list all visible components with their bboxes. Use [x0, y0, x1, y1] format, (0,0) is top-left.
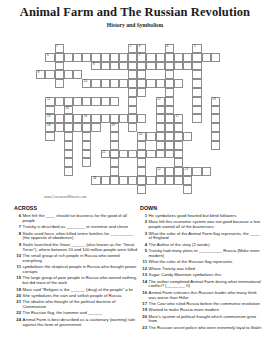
- crossword-cell[interactable]: 16: [82, 114, 91, 123]
- crossword-cell[interactable]: [110, 132, 119, 141]
- crossword-cell[interactable]: [110, 158, 119, 167]
- crossword-cell[interactable]: [119, 150, 128, 159]
- crossword-cell[interactable]: [174, 141, 183, 150]
- clue-number: 6: [14, 214, 23, 224]
- clue-number: 20: [140, 315, 149, 325]
- crossword-cell[interactable]: [73, 114, 82, 123]
- cell-number: 24: [93, 177, 96, 180]
- crossword-cell[interactable]: [211, 141, 220, 150]
- source-credit: www.CrosswordWeaver.com: [44, 195, 87, 199]
- crossword-cell[interactable]: [192, 114, 201, 123]
- crossword-cell[interactable]: [45, 70, 54, 79]
- crossword-cell[interactable]: [101, 79, 110, 88]
- crossword-cell[interactable]: [165, 79, 174, 88]
- crossword-cell[interactable]: [64, 70, 73, 79]
- cell-number: 1: [56, 45, 58, 48]
- clue-text: The Russian secret police who were extre…: [149, 326, 263, 331]
- cell-number: 19: [111, 124, 114, 127]
- crossword-cell[interactable]: [91, 114, 100, 123]
- crossword-cell[interactable]: [110, 114, 119, 123]
- crossword-cell[interactable]: [64, 167, 73, 176]
- crossword-cell[interactable]: [64, 114, 73, 123]
- clue-number: 16: [140, 291, 149, 301]
- crossword-cell[interactable]: [211, 114, 220, 123]
- down-clue-5: 5Trotsky had many plans to __________ Ru…: [140, 249, 263, 259]
- crossword-cell[interactable]: [82, 53, 91, 62]
- crossword-cell[interactable]: [119, 53, 128, 62]
- clue-number: 21: [14, 300, 23, 310]
- down-clue-17: 17The Czar who ruled Russia before the c…: [140, 302, 263, 307]
- clue-text: What the color of the Russian flag repre…: [149, 260, 263, 265]
- crossword-cell[interactable]: [165, 97, 174, 106]
- crossword-cell[interactable]: [174, 176, 183, 185]
- cell-number: 6: [47, 54, 49, 57]
- crossword-cell[interactable]: 6: [45, 53, 54, 62]
- crossword-cell[interactable]: 20: [137, 132, 146, 141]
- clue-text: Marx felt this economic system was not g…: [149, 220, 263, 230]
- crossword-cell[interactable]: [165, 88, 174, 97]
- clue-text: Stalin used force, often killed entire f…: [23, 232, 137, 242]
- crossword-cell[interactable]: [183, 53, 192, 62]
- clue-number: 22: [14, 311, 23, 316]
- crossword-cell[interactable]: [192, 88, 201, 97]
- crossword-cell[interactable]: [73, 97, 82, 106]
- clue-number: 12: [140, 267, 149, 272]
- cell-number: 11: [47, 98, 50, 101]
- clue-number: 13: [140, 273, 149, 278]
- across-clue-24: 24Animal Farm is best described as a cau…: [14, 318, 137, 328]
- crossword-cell[interactable]: [91, 79, 100, 88]
- crossword-cell[interactable]: [165, 176, 174, 185]
- cell-number: 8: [93, 63, 95, 66]
- crossword-cell[interactable]: [165, 62, 174, 71]
- crossword-cell[interactable]: 17: [174, 114, 183, 123]
- cell-number: 23: [185, 168, 188, 171]
- crossword-cell[interactable]: [192, 97, 201, 106]
- clue-text: Trotsky had many plans to __________ Rus…: [149, 249, 263, 259]
- crossword-cell[interactable]: [73, 53, 82, 62]
- crossword-cell[interactable]: [137, 185, 146, 194]
- clue-number: 15: [14, 276, 23, 286]
- crossword-cell[interactable]: [137, 88, 146, 97]
- crossword-cell[interactable]: 2: [128, 44, 137, 53]
- crossword-cell[interactable]: [64, 150, 73, 159]
- crossword-cell[interactable]: [91, 53, 100, 62]
- crossword-cell[interactable]: [174, 167, 183, 176]
- crossword-cell[interactable]: [156, 141, 165, 150]
- cell-number: 10: [84, 80, 87, 83]
- crossword-cell[interactable]: [192, 79, 201, 88]
- crossword-cell[interactable]: 10: [82, 79, 91, 88]
- crossword-cell[interactable]: [137, 150, 146, 159]
- crossword-cell[interactable]: [110, 97, 119, 106]
- cell-number: 20: [139, 133, 142, 136]
- clue-text: Sugar Candy Mountain symbolizes this.: [149, 273, 263, 278]
- clue-number: 11: [140, 260, 149, 265]
- crossword-cell[interactable]: [64, 123, 73, 132]
- clue-text: Stalin launched the Great ______ (also k…: [23, 243, 137, 253]
- clue-text: Marx's system of political thought which…: [149, 315, 263, 325]
- clue-text: Trotsky is described as ________ or inve…: [23, 225, 137, 230]
- crossword-cell[interactable]: [146, 62, 155, 71]
- clue-text: Wanted to make Russia more modern: [149, 308, 263, 313]
- cell-number: 7: [139, 54, 141, 57]
- down-clue-2: 2Marx felt this economic system was not …: [140, 220, 263, 230]
- crossword-cell[interactable]: [64, 141, 73, 150]
- clue-number: 18: [14, 288, 23, 293]
- crossword-cell[interactable]: [55, 70, 64, 79]
- crossword-cell[interactable]: [137, 176, 146, 185]
- cell-number: 14: [65, 107, 68, 110]
- crossword-cell[interactable]: [211, 132, 220, 141]
- across-clue-6: 6Men felt the ____ should run business f…: [14, 214, 137, 224]
- crossword-cell[interactable]: [174, 53, 183, 62]
- crossword-cell[interactable]: [146, 132, 155, 141]
- clue-text: Animal Farm is best described as a cauti…: [23, 318, 137, 328]
- crossword-cell[interactable]: [146, 150, 155, 159]
- crossword-cell[interactable]: [82, 97, 91, 106]
- crossword-cell[interactable]: [101, 97, 110, 106]
- crossword-cell[interactable]: [82, 150, 91, 159]
- crossword-cell[interactable]: [110, 79, 119, 88]
- crossword-cell[interactable]: [192, 62, 201, 71]
- crossword-cell[interactable]: [174, 79, 183, 88]
- crossword-cell[interactable]: 4: [165, 44, 174, 53]
- crossword-cell[interactable]: [165, 141, 174, 150]
- cell-number: 16: [84, 115, 87, 118]
- clue-number: 5: [140, 249, 149, 259]
- crossword-cell[interactable]: [101, 114, 110, 123]
- crossword-cell[interactable]: [146, 176, 155, 185]
- crossword-cell[interactable]: [101, 53, 110, 62]
- across-clue-9: 9Stalin launched the Great ______ (also …: [14, 243, 137, 253]
- clue-number: 11: [14, 265, 23, 275]
- crossword-cell[interactable]: [165, 167, 174, 176]
- crossword-cell[interactable]: [165, 123, 174, 132]
- clue-text: She symbolizes the vain and selfish peop…: [23, 294, 137, 299]
- clue-number: 7: [14, 225, 23, 230]
- crossword-cell[interactable]: [55, 53, 64, 62]
- across-clue-18: 18Marx said "Religion is the ______ (dru…: [14, 288, 137, 293]
- crossword-cell[interactable]: [146, 53, 155, 62]
- crossword-cell[interactable]: [128, 88, 137, 97]
- crossword-cell[interactable]: [174, 62, 183, 71]
- crossword-cell[interactable]: [183, 62, 192, 71]
- crossword-cell[interactable]: [211, 53, 220, 62]
- clue-number: 20: [14, 294, 23, 299]
- clue-number: 4: [140, 243, 149, 248]
- crossword-cell[interactable]: 15: [45, 114, 54, 123]
- crossword-cell[interactable]: [64, 97, 73, 106]
- crossword-cell[interactable]: [137, 114, 146, 123]
- crossword-cell[interactable]: [202, 53, 211, 62]
- down-clue-1: 1He symbolizes good hearted but blind fo…: [140, 214, 263, 219]
- crossword-cell[interactable]: [55, 62, 64, 71]
- clue-number: 8: [14, 232, 23, 242]
- crossword-cell[interactable]: [156, 53, 165, 62]
- crossword-cell[interactable]: [156, 176, 165, 185]
- crossword-cell[interactable]: [211, 106, 220, 115]
- crossword-cell[interactable]: [146, 79, 155, 88]
- crossword-cell[interactable]: [137, 62, 146, 71]
- clue-text: Men felt the ____ should run business fo…: [23, 214, 137, 224]
- cell-number: 3: [139, 45, 141, 48]
- across-clue-15: 15The large group of poor people in Russ…: [14, 276, 137, 286]
- crossword-cell[interactable]: [183, 132, 192, 141]
- across-header: ACROSS: [14, 205, 37, 211]
- crossword-cell[interactable]: [192, 70, 201, 79]
- crossword-cell[interactable]: [128, 97, 137, 106]
- clue-number: 2: [140, 220, 149, 230]
- crossword-cell[interactable]: [174, 158, 183, 167]
- crossword-cell[interactable]: [119, 176, 128, 185]
- down-clue-4: 4The Author of the story (2 words): [140, 243, 263, 248]
- crossword-cell[interactable]: 1: [55, 44, 64, 53]
- down-clue-list: 1He symbolizes good hearted but blind fo…: [140, 214, 263, 332]
- across-clue-21: 21The idealist who thought of the politi…: [14, 300, 137, 310]
- crossword-cell[interactable]: [55, 123, 64, 132]
- crossword-cell[interactable]: [183, 176, 192, 185]
- crossword-cell[interactable]: [156, 123, 165, 132]
- page-subtitle: History and Symbolism: [0, 22, 270, 28]
- clue-text: The Czar who ruled Russia before the com…: [149, 302, 263, 307]
- down-clue-14: 14The author completed Animal Farm durin…: [140, 280, 263, 290]
- crossword-cell[interactable]: [165, 114, 174, 123]
- crossword-cell[interactable]: [128, 62, 137, 71]
- clue-number: 23: [140, 326, 149, 331]
- crossword-cell[interactable]: [137, 141, 146, 150]
- across-clue-10: 10The small group of rich people in Russ…: [14, 254, 137, 264]
- cell-number: 15: [47, 115, 50, 118]
- cell-number: 9: [38, 71, 40, 74]
- crossword-cell[interactable]: 9: [36, 70, 45, 79]
- crossword-cell[interactable]: [128, 53, 137, 62]
- cell-number: 12: [157, 98, 160, 101]
- across-clue-8: 8Stalin used force, often killed entire …: [14, 232, 137, 242]
- crossword-cell[interactable]: [101, 176, 110, 185]
- crossword-cell[interactable]: 18: [45, 123, 54, 132]
- crossword-cell[interactable]: [156, 79, 165, 88]
- down-header: DOWN: [140, 205, 157, 211]
- crossword-cell[interactable]: [110, 176, 119, 185]
- clue-text: The idealist who thought of the politica…: [23, 300, 137, 310]
- across-clue-20: 20She symbolizes the vain and selfish pe…: [14, 294, 137, 299]
- cell-number: 17: [176, 115, 179, 118]
- crossword-cell[interactable]: [110, 53, 119, 62]
- crossword-cell[interactable]: 19: [110, 123, 119, 132]
- cell-number: 5: [194, 45, 196, 48]
- crossword-cell[interactable]: [174, 150, 183, 159]
- crossword-cell[interactable]: 7: [137, 53, 146, 62]
- crossword-cell[interactable]: 3: [137, 44, 146, 53]
- down-clue-19: 19Wanted to make Russia more modern: [140, 308, 263, 313]
- crossword-cell[interactable]: [156, 114, 165, 123]
- clue-text: Where Trotsky was killed: [149, 267, 263, 272]
- crossword-cell[interactable]: [202, 167, 211, 176]
- clue-text: The author completed Animal Farm during …: [149, 280, 263, 290]
- clue-text: The large group of poor people in Russia…: [23, 276, 137, 286]
- clue-text: The Russian flag, the hammer and ______: [23, 311, 137, 316]
- crossword-cell[interactable]: [128, 123, 137, 132]
- cell-number: 22: [157, 168, 160, 171]
- cell-number: 4: [166, 45, 168, 48]
- clue-text: symbolizes the skeptical people in Russi…: [23, 265, 137, 275]
- down-clue-12: 12Where Trotsky was killed: [140, 267, 263, 272]
- crossword-cell[interactable]: [82, 158, 91, 167]
- crossword-cell[interactable]: [110, 141, 119, 150]
- crossword-cell[interactable]: 12: [156, 97, 165, 106]
- crossword-cell[interactable]: [156, 150, 165, 159]
- crossword-cell[interactable]: [82, 141, 91, 150]
- crossword-cell[interactable]: [64, 53, 73, 62]
- crossword-cell[interactable]: [64, 158, 73, 167]
- clue-number: 9: [14, 243, 23, 253]
- crossword-cell[interactable]: [156, 62, 165, 71]
- down-clue-11: 11What the color of the Russian flag rep…: [140, 260, 263, 265]
- crossword-cell[interactable]: [55, 79, 64, 88]
- crossword-cell[interactable]: [174, 132, 183, 141]
- clue-number: 3: [140, 232, 149, 242]
- crossword-cell[interactable]: [91, 123, 100, 132]
- crossword-cell[interactable]: [73, 123, 82, 132]
- page-title: Animal Farm and The Russian Revolution: [0, 5, 270, 20]
- crossword-cell[interactable]: [110, 167, 119, 176]
- down-clue-13: 13Sugar Candy Mountain symbolizes this.: [140, 273, 263, 278]
- crossword-cell[interactable]: [101, 62, 110, 71]
- crossword-cell[interactable]: 22: [156, 167, 165, 176]
- crossword-cell[interactable]: [183, 185, 192, 194]
- crossword-cell[interactable]: [119, 79, 128, 88]
- crossword-cell[interactable]: [119, 114, 128, 123]
- crossword-cell[interactable]: [128, 114, 137, 123]
- crossword-cell[interactable]: [55, 114, 64, 123]
- across-clue-22: 22The Russian flag, the hammer and _____…: [14, 311, 137, 316]
- crossword-cell[interactable]: [192, 167, 201, 176]
- crossword-grid: 123456789101112131415161718192021222324: [27, 44, 238, 194]
- crossword-cell[interactable]: [73, 70, 82, 79]
- clue-text: Marx said "Religion is the ______ (drug)…: [23, 288, 137, 293]
- down-clue-16: 16Animal Farm criticizes this Russian le…: [140, 291, 263, 301]
- crossword-cell[interactable]: [165, 106, 174, 115]
- crossword-cell[interactable]: [128, 79, 137, 88]
- crossword-cell[interactable]: [119, 62, 128, 71]
- clue-text: He symbolizes good hearted but blind fol…: [149, 214, 263, 219]
- crossword-cell[interactable]: [156, 106, 165, 115]
- cell-number: 2: [130, 45, 132, 48]
- cell-number: 13: [212, 98, 215, 101]
- crossword-cell[interactable]: [165, 53, 174, 62]
- crossword-cell[interactable]: 14: [64, 106, 73, 115]
- crossword-cell[interactable]: [110, 62, 119, 71]
- across-clue-list: 6Men felt the ____ should run business f…: [14, 214, 137, 329]
- clue-number: 1: [140, 214, 149, 219]
- crossword-cell[interactable]: [192, 106, 201, 115]
- crossword-cell[interactable]: [165, 150, 174, 159]
- clue-text: The small group of rich people in Russia…: [23, 254, 137, 264]
- crossword-cell[interactable]: 8: [91, 62, 100, 71]
- crossword-cell[interactable]: [55, 97, 64, 106]
- crossword-cell[interactable]: [128, 176, 137, 185]
- crossword-cell[interactable]: [137, 158, 146, 167]
- crossword-cell[interactable]: [128, 106, 137, 115]
- crossword-cell[interactable]: [165, 132, 174, 141]
- down-clue-3: 3What the color of the Animal Farm flag …: [140, 232, 263, 242]
- across-clue-7: 7Trotsky is described as ________ or inv…: [14, 225, 137, 230]
- clue-text: What the color of the Animal Farm flag r…: [149, 232, 263, 242]
- crossword-cell[interactable]: 13: [211, 97, 220, 106]
- crossword-cell[interactable]: [82, 132, 91, 141]
- crossword-cell[interactable]: [45, 132, 54, 141]
- clue-text: The Author of the story (2 words): [149, 243, 263, 248]
- clue-number: 14: [140, 280, 149, 290]
- crossword-cell[interactable]: [156, 132, 165, 141]
- clue-number: 24: [14, 318, 23, 328]
- crossword-cell[interactable]: 5: [192, 44, 201, 53]
- cell-number: 18: [47, 124, 50, 127]
- crossword-cell[interactable]: [137, 79, 146, 88]
- clue-text: Animal Farm criticizes this Russian lead…: [149, 291, 263, 301]
- clue-number: 17: [140, 302, 149, 307]
- crossword-cell[interactable]: [82, 123, 91, 132]
- crossword-cell[interactable]: [137, 70, 146, 79]
- crossword-cell[interactable]: [192, 53, 201, 62]
- down-clue-23: 23The Russian secret police who were ext…: [140, 326, 263, 331]
- clue-number: 10: [14, 254, 23, 264]
- crossword-cell[interactable]: [91, 97, 100, 106]
- crossword-cell[interactable]: [137, 167, 146, 176]
- crossword-cell[interactable]: [64, 132, 73, 141]
- crossword-cell[interactable]: 24: [91, 176, 100, 185]
- worksheet-page: Animal Farm and The Russian Revolution H…: [0, 0, 270, 350]
- crossword-cell[interactable]: [165, 70, 174, 79]
- crossword-cell[interactable]: 11: [45, 97, 54, 106]
- down-clue-20: 20Marx's system of political thought whi…: [140, 315, 263, 325]
- clue-number: 19: [140, 308, 149, 313]
- crossword-cell[interactable]: 21: [101, 150, 110, 159]
- crossword-cell[interactable]: [174, 123, 183, 132]
- crossword-cell[interactable]: [110, 150, 119, 159]
- across-clue-11: 11symbolizes the skeptical people in Rus…: [14, 265, 137, 275]
- cell-number: 21: [102, 151, 105, 154]
- crossword-cell[interactable]: [211, 123, 220, 132]
- crossword-cell[interactable]: [128, 150, 137, 159]
- crossword-cell[interactable]: 23: [183, 167, 192, 176]
- crossword-cell[interactable]: [128, 70, 137, 79]
- crossword-cell[interactable]: [45, 106, 54, 115]
